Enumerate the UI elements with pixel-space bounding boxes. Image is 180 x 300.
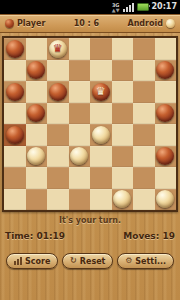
board-square[interactable] (47, 124, 69, 146)
opponent-chip: Android (127, 19, 175, 28)
settings-button-label: Setti... (135, 257, 166, 266)
board-square[interactable] (112, 60, 134, 82)
checker-piece-dark[interactable] (6, 40, 24, 58)
checker-piece-dark-king[interactable]: ♛ (92, 83, 110, 101)
king-crown-icon: ♛ (49, 40, 67, 58)
board-square[interactable] (4, 189, 26, 211)
board-square[interactable] (69, 146, 91, 168)
player-piece-icon (5, 19, 14, 28)
turn-status-text: It's your turn. (0, 216, 180, 225)
board-square[interactable] (69, 103, 91, 125)
signal-bars-icon (123, 2, 134, 12)
action-buttons: Score ↻ Reset ⚙ Setti... (0, 253, 180, 269)
board-square[interactable] (4, 38, 26, 60)
board-square[interactable] (26, 81, 48, 103)
board-square[interactable] (155, 167, 177, 189)
time-value: 01:19 (36, 231, 65, 241)
checker-piece-dark[interactable] (156, 61, 174, 79)
board-square[interactable] (26, 60, 48, 82)
checker-piece-dark[interactable] (6, 83, 24, 101)
checker-piece-dark[interactable] (156, 104, 174, 122)
board-square[interactable] (4, 103, 26, 125)
board-square[interactable] (47, 81, 69, 103)
mobile-data-icon: 3G ▲▼ (112, 1, 120, 13)
reset-button[interactable]: ↻ Reset (62, 253, 113, 269)
board-square[interactable] (155, 60, 177, 82)
board-square[interactable] (26, 124, 48, 146)
score-button[interactable]: Score (6, 253, 58, 269)
board-square[interactable] (155, 146, 177, 168)
board-square[interactable] (112, 167, 134, 189)
board-square[interactable] (112, 81, 134, 103)
board-square[interactable] (26, 103, 48, 125)
board-square[interactable] (69, 189, 91, 211)
board-square[interactable] (4, 167, 26, 189)
reset-icon: ↻ (70, 257, 77, 265)
board-square[interactable] (90, 146, 112, 168)
checkers-board-frame: ♛♛ (2, 36, 178, 212)
board-square[interactable] (133, 60, 155, 82)
board-square[interactable] (26, 38, 48, 60)
board-square[interactable] (69, 167, 91, 189)
board-square[interactable] (133, 38, 155, 60)
status-bar-clock: 20:17 (152, 0, 177, 14)
board-square[interactable] (155, 103, 177, 125)
board-square[interactable] (26, 189, 48, 211)
board-square[interactable] (90, 124, 112, 146)
score-value: 10 : 6 (74, 19, 99, 28)
board-square[interactable] (90, 189, 112, 211)
stats-row: Time: 01:19 Moves: 19 (0, 231, 180, 241)
board-square[interactable] (133, 124, 155, 146)
score-icon (14, 257, 22, 265)
checker-piece-light[interactable] (27, 147, 45, 165)
board-square[interactable] (90, 103, 112, 125)
board-square[interactable] (133, 103, 155, 125)
board-square[interactable] (112, 146, 134, 168)
board-square[interactable] (4, 124, 26, 146)
board-square[interactable] (155, 124, 177, 146)
score-button-label: Score (25, 257, 50, 266)
board-square[interactable] (155, 38, 177, 60)
board-square[interactable] (133, 189, 155, 211)
moves-value: 19 (162, 231, 175, 241)
board-square[interactable] (112, 38, 134, 60)
battery-icon (137, 3, 149, 11)
checker-piece-light[interactable] (92, 126, 110, 144)
board-square[interactable] (26, 146, 48, 168)
king-crown-icon: ♛ (92, 83, 110, 101)
time-label: Time: (5, 231, 33, 241)
board-square[interactable] (26, 167, 48, 189)
settings-button[interactable]: ⚙ Setti... (117, 253, 174, 269)
android-status-bar: 3G ▲▼ 20:17 (0, 0, 180, 14)
board-square[interactable] (133, 167, 155, 189)
checker-piece-dark[interactable] (6, 126, 24, 144)
score-header: Player 10 : 6 Android (0, 14, 180, 33)
checker-piece-dark[interactable] (27, 104, 45, 122)
board-square[interactable] (47, 189, 69, 211)
checkers-board[interactable]: ♛♛ (4, 38, 176, 210)
player-chip: Player (5, 19, 45, 28)
board-square[interactable] (4, 60, 26, 82)
board-square[interactable] (90, 60, 112, 82)
board-square[interactable] (90, 38, 112, 60)
time-stat: Time: 01:19 (5, 231, 65, 241)
settings-icon: ⚙ (125, 257, 132, 265)
moves-stat: Moves: 19 (123, 231, 175, 241)
board-square[interactable] (112, 124, 134, 146)
board-square[interactable] (47, 103, 69, 125)
reset-button-label: Reset (80, 257, 106, 266)
opponent-label: Android (127, 19, 163, 28)
checker-piece-dark[interactable] (27, 61, 45, 79)
board-square[interactable] (69, 38, 91, 60)
board-square[interactable] (112, 103, 134, 125)
checker-piece-light[interactable] (70, 147, 88, 165)
board-square[interactable] (69, 60, 91, 82)
checker-piece-light[interactable] (156, 190, 174, 208)
checker-piece-light-king[interactable]: ♛ (49, 40, 67, 58)
board-square[interactable] (69, 124, 91, 146)
board-square[interactable] (133, 81, 155, 103)
checker-piece-dark[interactable] (156, 147, 174, 165)
board-square[interactable] (69, 81, 91, 103)
opponent-piece-icon (166, 19, 175, 28)
moves-label: Moves: (123, 231, 159, 241)
board-square[interactable] (47, 167, 69, 189)
board-square[interactable] (155, 81, 177, 103)
board-square[interactable]: ♛ (47, 38, 69, 60)
board-square[interactable] (4, 81, 26, 103)
board-square[interactable]: ♛ (90, 81, 112, 103)
board-square[interactable] (47, 60, 69, 82)
board-square[interactable] (4, 146, 26, 168)
checkers-app: 3G ▲▼ 20:17 Player 10 : 6 Android ♛♛ It'… (0, 0, 180, 300)
checker-piece-light[interactable] (113, 190, 131, 208)
player-label: Player (17, 19, 45, 28)
board-square[interactable] (155, 189, 177, 211)
board-square[interactable] (90, 167, 112, 189)
checker-piece-dark[interactable] (49, 83, 67, 101)
board-square[interactable] (112, 189, 134, 211)
board-square[interactable] (47, 146, 69, 168)
board-square[interactable] (133, 146, 155, 168)
